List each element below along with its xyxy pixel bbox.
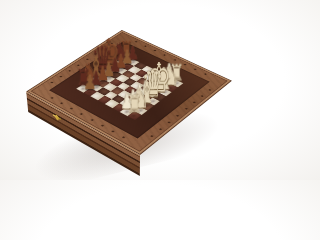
inlay-dot <box>204 74 206 75</box>
inlay-dot <box>50 82 52 83</box>
inlay-dot <box>209 89 211 90</box>
inlay-dot <box>59 76 61 77</box>
chess-box: ♜♞♝♛♚♝♞♜♟♟♟♟♟♟♟♟♟♟♟♟♟♟♟♟♜♞♝♛♚♝♞♜ <box>26 30 232 155</box>
chess-board: ♜♞♝♛♚♝♞♜♟♟♟♟♟♟♟♟♟♟♟♟♟♟♟♟♜♞♝♛♚♝♞♜ <box>76 55 183 120</box>
inlay-dot <box>101 125 103 126</box>
inlay-dot <box>193 102 195 103</box>
inlay-dot <box>144 46 146 47</box>
square-a7[interactable]: ♟ <box>83 88 97 96</box>
box-top-frame: ♜♞♝♛♚♝♞♜♟♟♟♟♟♟♟♟♟♟♟♟♟♟♟♟♜♞♝♛♚♝♞♜ <box>26 30 232 155</box>
inlay-dot <box>90 119 92 120</box>
inlay-dot <box>194 69 196 70</box>
inlay-dot <box>154 50 156 51</box>
brass-latch-icon <box>53 112 62 124</box>
inlay-dot <box>159 128 161 129</box>
inlay-dot <box>184 64 186 65</box>
inlay-dot <box>60 103 62 104</box>
chess-set-photo: ♜♞♝♛♚♝♞♜♟♟♟♟♟♟♟♟♟♟♟♟♟♟♟♟♜♞♝♛♚♝♞♜ <box>0 0 250 180</box>
black-pawn-icon[interactable]: ♟ <box>83 74 97 94</box>
inlay-dot <box>70 108 72 109</box>
inlay-dot <box>68 70 70 71</box>
inlay-dot <box>185 108 187 109</box>
white-rook-icon[interactable]: ♜ <box>126 93 142 117</box>
inlay-dot <box>150 135 152 137</box>
inlay-dot <box>201 95 203 96</box>
inlay-dot <box>50 97 52 98</box>
inlay-dot <box>122 137 124 139</box>
inlay-dot <box>176 115 178 116</box>
square-a1[interactable]: ♜ <box>127 111 141 120</box>
inlay-dot <box>112 131 114 133</box>
inlay-dot <box>80 114 82 115</box>
inlay-dot <box>168 121 170 122</box>
